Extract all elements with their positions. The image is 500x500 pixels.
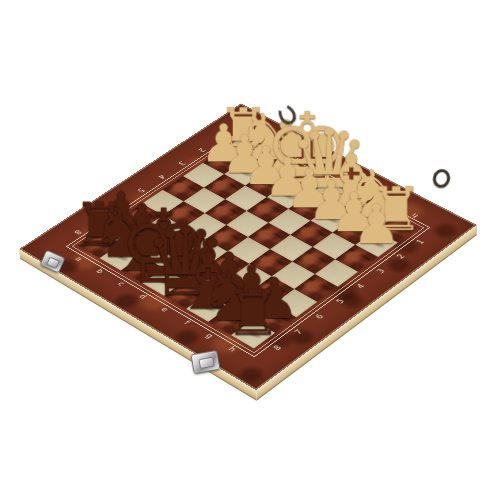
rank-label: 1 bbox=[405, 233, 435, 251]
black-rook: ♜ bbox=[225, 281, 281, 344]
product-photo: hgfedcba hgfedcba 87654321 87654321 ♜♞♝♛… bbox=[0, 0, 500, 500]
chess-board: hgfedcba hgfedcba 87654321 87654321 ♜♞♝♛… bbox=[19, 103, 477, 390]
hinge-ring bbox=[431, 167, 452, 190]
